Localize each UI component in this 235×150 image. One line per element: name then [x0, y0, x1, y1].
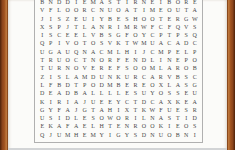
grid-cell-r5c1: I	[38, 31, 46, 39]
grid-cell-r12c13: U	[140, 89, 148, 97]
grid-cell-r7c10: L	[114, 48, 122, 56]
grid-cell-r8c18: P	[182, 56, 190, 64]
grid-cell-r4c3: P	[55, 23, 63, 31]
grid-cell-r9c13: O	[140, 64, 148, 72]
grid-cell-r8c10: F	[114, 56, 122, 64]
grid-cell-r5c12: O	[131, 31, 139, 39]
grid-cell-r7c12: I	[131, 48, 139, 56]
grid-cell-r4c10: I	[114, 23, 122, 31]
grid-cell-r6c2: P	[46, 39, 54, 47]
grid-cell-r4c16: F	[165, 23, 173, 31]
grid-cell-r16c19: S	[191, 122, 199, 130]
grid-cell-r10c18: S	[182, 73, 190, 81]
grid-cell-r3c14: O	[148, 15, 156, 23]
grid-cell-r9c2: U	[46, 64, 54, 72]
grid-cell-r13c2: I	[46, 98, 54, 106]
grid-cell-r14c1: G	[38, 106, 46, 114]
grid-cell-r2c2: F	[46, 6, 54, 14]
grid-cell-r5c9: S	[106, 31, 114, 39]
grid-cell-r4c14: F	[148, 23, 156, 31]
grid-cell-r7c14: C	[148, 48, 156, 56]
grid-cell-r17c16: O	[165, 131, 173, 139]
grid-cell-r6c5: O	[72, 39, 80, 47]
grid-cell-r12c4: D	[63, 89, 71, 97]
grid-cell-r14c3: F	[55, 106, 63, 114]
grid-cell-r8c9: R	[106, 56, 114, 64]
grid-cell-r6c8: S	[97, 39, 105, 47]
grid-cell-r9c14: M	[148, 64, 156, 72]
grid-cell-r5c11: F	[123, 31, 131, 39]
grid-cell-r15c18: I	[182, 114, 190, 122]
grid-cell-r17c5: H	[72, 131, 80, 139]
grid-cell-r12c6: A	[80, 89, 88, 97]
grid-cell-r13c4: I	[63, 98, 71, 106]
grid-cell-r6c6: T	[80, 39, 88, 47]
grid-cell-r11c9: M	[106, 81, 114, 89]
grid-cell-r5c5: E	[72, 31, 80, 39]
grid-cell-r9c11: S	[123, 64, 131, 72]
grid-cell-r14c15: F	[157, 106, 165, 114]
grid-cell-r10c16: V	[165, 73, 173, 81]
grid-cell-r17c13: D	[140, 131, 148, 139]
grid-cell-r2c6: R	[80, 6, 88, 14]
grid-cell-r7c7: A	[89, 48, 97, 56]
grid-cell-r9c19: B	[191, 64, 199, 72]
grid-cell-r5c13: Y	[140, 31, 148, 39]
grid-cell-r3c8: Y	[97, 15, 105, 23]
grid-cell-r14c2: Y	[46, 106, 54, 114]
grid-cell-r15c2: S	[46, 114, 54, 122]
grid-cell-r7c8: C	[97, 48, 105, 56]
grid-cell-r17c10: G	[114, 131, 122, 139]
grid-cell-r16c11: N	[123, 122, 131, 130]
grid-cell-r6c19: C	[191, 39, 199, 47]
grid-cell-r11c16: L	[165, 81, 173, 89]
grid-cell-r12c11: E	[123, 89, 131, 97]
grid-cell-r4c7: A	[89, 23, 97, 31]
grid-cell-r5c15: P	[157, 31, 165, 39]
grid-cell-r15c10: O	[114, 114, 122, 122]
grid-cell-r13c15: A	[157, 98, 165, 106]
grid-cell-r4c11: M	[123, 23, 131, 31]
grid-cell-r14c16: U	[165, 106, 173, 114]
grid-cell-r8c1: T	[38, 56, 46, 64]
grid-cell-r13c7: U	[89, 98, 97, 106]
grid-cell-r4c12: R	[131, 23, 139, 31]
grid-cell-r14c9: H	[106, 106, 114, 114]
grid-cell-r4c2: S	[46, 23, 54, 31]
grid-cell-r12c9: L	[106, 89, 114, 97]
grid-cell-r10c8: U	[97, 73, 105, 81]
grid-cell-r2c10: O	[114, 6, 122, 14]
grid-cell-r3c1: J	[38, 15, 46, 23]
grid-cell-r10c4: L	[63, 73, 71, 81]
grid-cell-r3c19: W	[191, 15, 199, 23]
grid-cell-r9c16: A	[165, 64, 173, 72]
grid-cell-r10c19: C	[191, 73, 199, 81]
grid-cell-r9c18: O	[182, 64, 190, 72]
grid-cell-r12c18: E	[182, 89, 190, 97]
grid-cell-r10c9: N	[106, 73, 114, 81]
grid-cell-r12c7: L	[89, 89, 97, 97]
grid-cell-r4c18: V	[182, 23, 190, 31]
grid-cell-r8c6: T	[80, 56, 88, 64]
grid-cell-r8c2: R	[46, 56, 54, 64]
grid-cell-r4c15: C	[157, 23, 165, 31]
grid-cell-r2c4: O	[63, 6, 71, 14]
grid-cell-r12c3: A	[55, 89, 63, 97]
grid-cell-r13c8: E	[97, 98, 105, 106]
grid-cell-r14c17: E	[174, 106, 182, 114]
grid-cell-r3c17: R	[174, 15, 182, 23]
grid-cell-r4c9: R	[106, 23, 114, 31]
grid-cell-r16c1: E	[38, 122, 46, 130]
grid-cell-r17c3: U	[55, 131, 63, 139]
grid-cell-r8c4: O	[63, 56, 71, 64]
grid-cell-r7c13: J	[140, 48, 148, 56]
grid-cell-r11c18: S	[182, 81, 190, 89]
grid-cell-r8c17: E	[174, 56, 182, 64]
grid-cell-r13c13: D	[140, 98, 148, 106]
grid-cell-r5c8: B	[97, 31, 105, 39]
grid-cell-r12c17: S	[174, 89, 182, 97]
grid-cell-r16c16: I	[165, 122, 173, 130]
grid-cell-r13c6: J	[80, 98, 88, 106]
grid-cell-r15c6: E	[80, 114, 88, 122]
grid-cell-r16c9: T	[106, 122, 114, 130]
grid-cell-r5c14: C	[148, 31, 156, 39]
grid-cell-r2c13: I	[140, 6, 148, 14]
grid-cell-r7c3: A	[55, 48, 63, 56]
grid-cell-r5c3: C	[55, 31, 63, 39]
grid-cell-r17c12: S	[131, 131, 139, 139]
grid-cell-r13c19: A	[191, 98, 199, 106]
grid-cell-r2c15: E	[157, 6, 165, 14]
grid-cell-r14c11: X	[123, 106, 131, 114]
grid-cell-r8c8: O	[97, 56, 105, 64]
grid-cell-r16c2: K	[46, 122, 54, 130]
grid-cell-r8c7: N	[89, 56, 97, 64]
grid-cell-r10c3: S	[55, 73, 63, 81]
grid-cell-r17c14: N	[148, 131, 156, 139]
grid-cell-r11c15: X	[157, 81, 165, 89]
grid-cell-r14c19: R	[191, 106, 199, 114]
grid-cell-r16c3: A	[55, 122, 63, 130]
grid-cell-r6c1: Q	[38, 39, 46, 47]
grid-cell-r15c14: N	[148, 114, 156, 122]
grid-cell-r2c1: V	[38, 6, 46, 14]
grid-cell-r14c10: I	[114, 106, 122, 114]
grid-cell-r11c11: E	[123, 81, 131, 89]
grid-cell-r9c10: F	[114, 64, 122, 72]
grid-cell-r2c12: T	[131, 6, 139, 14]
grid-cell-r2c16: O	[165, 6, 173, 14]
grid-cell-r17c17: B	[174, 131, 182, 139]
grid-cell-r10c17: B	[174, 73, 182, 81]
grid-cell-r11c10: B	[114, 81, 122, 89]
word-search-grid: BNDDIEMASTIRNEIBOREVFLOORCNUOATIMEOUTAJI…	[34, 0, 203, 143]
grid-cell-r10c11: U	[123, 73, 131, 81]
grid-cell-r8c16: N	[165, 56, 173, 64]
grid-cell-r2c9: U	[106, 6, 114, 14]
grid-cell-r9c1: T	[38, 64, 46, 72]
grid-cell-r2c11: A	[123, 6, 131, 14]
grid-cell-r15c1: U	[38, 114, 46, 122]
grid-cell-r11c14: O	[148, 81, 156, 89]
paper-bottom-edge	[8, 148, 227, 150]
grid-cell-r15c3: I	[55, 114, 63, 122]
grid-cell-r2c5: O	[72, 6, 80, 14]
grid-cell-r16c14: O	[148, 122, 156, 130]
grid-cell-r6c15: A	[157, 39, 165, 47]
grid-cell-r16c12: R	[131, 122, 139, 130]
grid-cell-r13c3: R	[55, 98, 63, 106]
grid-cell-r14c7: T	[89, 106, 97, 114]
grid-cell-r12c16: S	[165, 89, 173, 97]
grid-cell-r12c14: Y	[148, 89, 156, 97]
grid-cell-r3c11: S	[123, 15, 131, 23]
grid-cell-r4c1: X	[38, 23, 46, 31]
grid-cell-r4c8: N	[97, 23, 105, 31]
grid-cell-r11c2: F	[46, 81, 54, 89]
grid-cell-r5c2: S	[46, 31, 54, 39]
grid-cell-r8c11: E	[123, 56, 131, 64]
grid-cell-r4c13: W	[140, 23, 148, 31]
grid-cell-r17c19: I	[191, 131, 199, 139]
grid-cell-r15c8: O	[97, 114, 105, 122]
grid-cell-r15c5: L	[72, 114, 80, 122]
grid-cell-r15c11: R	[123, 114, 131, 122]
grid-cell-r7c17: E	[174, 48, 182, 56]
grid-cell-r13c11: C	[123, 98, 131, 106]
grid-cell-r3c10: E	[114, 15, 122, 23]
grid-cell-r8c19: O	[191, 56, 199, 64]
grid-cell-r3c16: E	[165, 15, 173, 23]
grid-cell-r3c3: S	[55, 15, 63, 23]
grid-cell-r7c9: M	[106, 48, 114, 56]
grid-cell-r16c10: E	[114, 122, 122, 130]
grid-cell-r13c1: K	[38, 98, 46, 106]
grid-cell-r16c15: K	[157, 122, 165, 130]
grid-cell-r5c6: L	[80, 31, 88, 39]
grid-cell-r11c8: D	[97, 81, 105, 89]
grid-cell-r14c13: K	[140, 106, 148, 114]
grid-cell-r11c13: E	[140, 81, 148, 89]
grid-cell-r7c5: Q	[72, 48, 80, 56]
grid-cell-r15c15: A	[157, 114, 165, 122]
grid-cell-r15c9: W	[106, 114, 114, 122]
grid-cell-r4c4: J	[63, 23, 71, 31]
grid-cell-r11c12: R	[131, 81, 139, 89]
grid-cell-r13c12: T	[131, 98, 139, 106]
grid-cell-r12c12: S	[131, 89, 139, 97]
grid-cell-r6c4: V	[63, 39, 71, 47]
grid-cell-r9c9: E	[106, 64, 114, 72]
grid-cell-r3c18: G	[182, 15, 190, 23]
grid-cell-r2c7: C	[89, 6, 97, 14]
grid-cell-r12c1: D	[38, 89, 46, 97]
grid-cell-r7c11: H	[123, 48, 131, 56]
grid-cell-r6c10: K	[114, 39, 122, 47]
grid-cell-r12c10: L	[114, 89, 122, 97]
grid-cell-r3c13: O	[140, 15, 148, 23]
grid-cell-r14c5: J	[72, 106, 80, 114]
grid-cell-r16c18: O	[182, 122, 190, 130]
grid-cell-r7c1: U	[38, 48, 46, 56]
grid-cell-r17c11: Y	[123, 131, 131, 139]
grid-cell-r10c1: Z	[38, 73, 46, 81]
grid-cell-r3c5: E	[72, 15, 80, 23]
grid-cell-r3c2: I	[46, 15, 54, 23]
grid-cell-r5c16: T	[165, 31, 173, 39]
grid-cell-r3c15: T	[157, 15, 165, 23]
grid-cell-r4c5: T	[72, 23, 80, 31]
grid-cell-r3c7: I	[89, 15, 97, 23]
grid-cell-r16c17: E	[174, 122, 182, 130]
grid-cell-r10c10: K	[114, 73, 122, 81]
grid-cell-r2c18: T	[182, 6, 190, 14]
grid-cell-r12c5: B	[72, 89, 80, 97]
grid-cell-r16c5: A	[72, 122, 80, 130]
grid-cell-r2c14: M	[148, 6, 156, 14]
grid-cell-r8c13: D	[140, 56, 148, 64]
grid-cell-r13c16: X	[165, 98, 173, 106]
grid-cell-r15c16: S	[165, 114, 173, 122]
grid-cell-r7c16: P	[165, 48, 173, 56]
grid-cell-r3c6: U	[80, 15, 88, 23]
grid-cell-r10c15: R	[157, 73, 165, 81]
grid-cell-r9c12: O	[131, 64, 139, 72]
grid-cell-r6c9: V	[106, 39, 114, 47]
grid-cell-r17c2: J	[46, 131, 54, 139]
grid-cell-r15c12: I	[131, 114, 139, 122]
grid-cell-r9c7: E	[89, 64, 97, 72]
grid-cell-r5c19: Q	[191, 31, 199, 39]
grid-cell-r17c6: E	[80, 131, 88, 139]
grid-cell-r5c17: P	[174, 31, 182, 39]
grid-cell-r10c12: R	[131, 73, 139, 81]
grid-cell-r6c13: M	[140, 39, 148, 47]
grid-cell-r11c5: T	[72, 81, 80, 89]
grid-cell-r10c6: M	[80, 73, 88, 81]
grid-cell-r8c12: N	[131, 56, 139, 64]
grid-cell-r11c1: L	[38, 81, 46, 89]
picture-frame-left	[0, 0, 8, 150]
grid-cell-r11c3: B	[55, 81, 63, 89]
grid-cell-r6c3: I	[55, 39, 63, 47]
grid-cell-r2c3: L	[55, 6, 63, 14]
grid-cell-r17c15: U	[157, 131, 165, 139]
grid-cell-r7c6: N	[80, 48, 88, 56]
grid-cell-r8c5: C	[72, 56, 80, 64]
grid-cell-r3c4: Z	[63, 15, 71, 23]
grid-cell-r17c18: N	[182, 131, 190, 139]
grid-cell-r7c19: P	[191, 48, 199, 56]
grid-cell-r11c17: A	[174, 81, 182, 89]
grid-cell-r16c4: F	[63, 122, 71, 130]
grid-cell-r10c14: A	[148, 73, 156, 81]
grid-cell-r5c7: V	[89, 31, 97, 39]
grid-cell-r15c4: D	[63, 114, 71, 122]
grid-cell-r17c4: M	[63, 131, 71, 139]
grid-cell-r4c19: S	[191, 23, 199, 31]
grid-cell-r17c8: Y	[97, 131, 105, 139]
grid-cell-r9c6: V	[80, 64, 88, 72]
grid-cell-r12c2: E	[46, 89, 54, 97]
picture-frame-right	[227, 0, 235, 150]
grid-cell-r15c7: S	[89, 114, 97, 122]
grid-cell-r10c5: A	[72, 73, 80, 81]
grid-cell-r9c4: N	[63, 64, 71, 72]
grid-cell-r13c9: E	[106, 98, 114, 106]
grid-cell-r2c8: N	[97, 6, 105, 14]
grid-cell-r14c6: G	[80, 106, 88, 114]
grid-cell-r15c19: D	[191, 114, 199, 122]
screenshot-root: BNDDIEMASTIRNEIBOREVFLOORCNUOATIMEOUTAJI…	[0, 0, 235, 150]
grid-cell-r10c13: C	[140, 73, 148, 81]
grid-cell-r14c4: A	[63, 106, 71, 114]
grid-cell-r9c5: O	[72, 64, 80, 72]
grid-cell-r8c3: U	[55, 56, 63, 64]
grid-cell-r9c17: R	[174, 64, 182, 72]
grid-cell-r9c15: L	[157, 64, 165, 72]
grid-cell-r14c8: A	[97, 106, 105, 114]
grid-cell-r17c9: I	[106, 131, 114, 139]
grid-cell-r13c14: C	[148, 98, 156, 106]
grid-cell-r4c17: Q	[174, 23, 182, 31]
grid-cell-r6c12: W	[131, 39, 139, 47]
grid-cell-r7c2: G	[46, 48, 54, 56]
grid-cell-r14c18: S	[182, 106, 190, 114]
grid-cell-r16c6: E	[80, 122, 88, 130]
grid-cell-r10c2: I	[46, 73, 54, 81]
grid-cell-r10c7: D	[89, 73, 97, 81]
grid-cell-r6c11: T	[123, 39, 131, 47]
grid-cell-r4c6: L	[80, 23, 88, 31]
grid-cell-r9c3: R	[55, 64, 63, 72]
grid-cell-r11c6: P	[80, 81, 88, 89]
grid-cell-r13c18: E	[182, 98, 190, 106]
grid-cell-r12c19: U	[191, 89, 199, 97]
grid-cell-r3c9: B	[106, 15, 114, 23]
grid-cell-r5c10: G	[114, 31, 122, 39]
grid-cell-r15c17: T	[174, 114, 182, 122]
grid-cell-r13c10: Y	[114, 98, 122, 106]
grid-cell-r7c18: L	[182, 48, 190, 56]
grid-cell-r12c15: O	[157, 89, 165, 97]
grid-cell-r13c5: A	[72, 98, 80, 106]
grid-cell-r17c7: M	[89, 131, 97, 139]
grid-cell-r16c7: L	[89, 122, 97, 130]
grid-cell-r9c8: R	[97, 64, 105, 72]
grid-cell-r14c12: T	[131, 106, 139, 114]
grid-cell-r6c7: O	[89, 39, 97, 47]
grid-cell-r7c15: M	[157, 48, 165, 56]
grid-cell-r7c4: U	[63, 48, 71, 56]
grid-cell-r8c14: L	[148, 56, 156, 64]
grid-cell-r11c7: O	[89, 81, 97, 89]
grid-cell-r12c8: L	[97, 89, 105, 97]
grid-cell-r14c14: W	[148, 106, 156, 114]
grid-cell-r5c18: S	[182, 31, 190, 39]
grid-cell-r6c18: D	[182, 39, 190, 47]
grid-cell-r5c4: E	[63, 31, 71, 39]
grid-cell-r11c19: G	[191, 81, 199, 89]
grid-cell-r11c4: D	[63, 81, 71, 89]
grid-cell-r2c19: A	[191, 6, 199, 14]
grid-cell-r6c17: A	[174, 39, 182, 47]
grid-cell-r8c15: I	[157, 56, 165, 64]
